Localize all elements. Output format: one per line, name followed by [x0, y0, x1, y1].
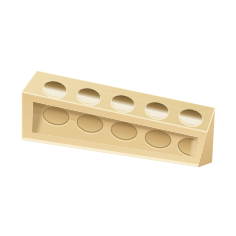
wooden-five-hole-rack-illustration: [0, 0, 236, 236]
product-photo-canvas: [0, 0, 236, 236]
